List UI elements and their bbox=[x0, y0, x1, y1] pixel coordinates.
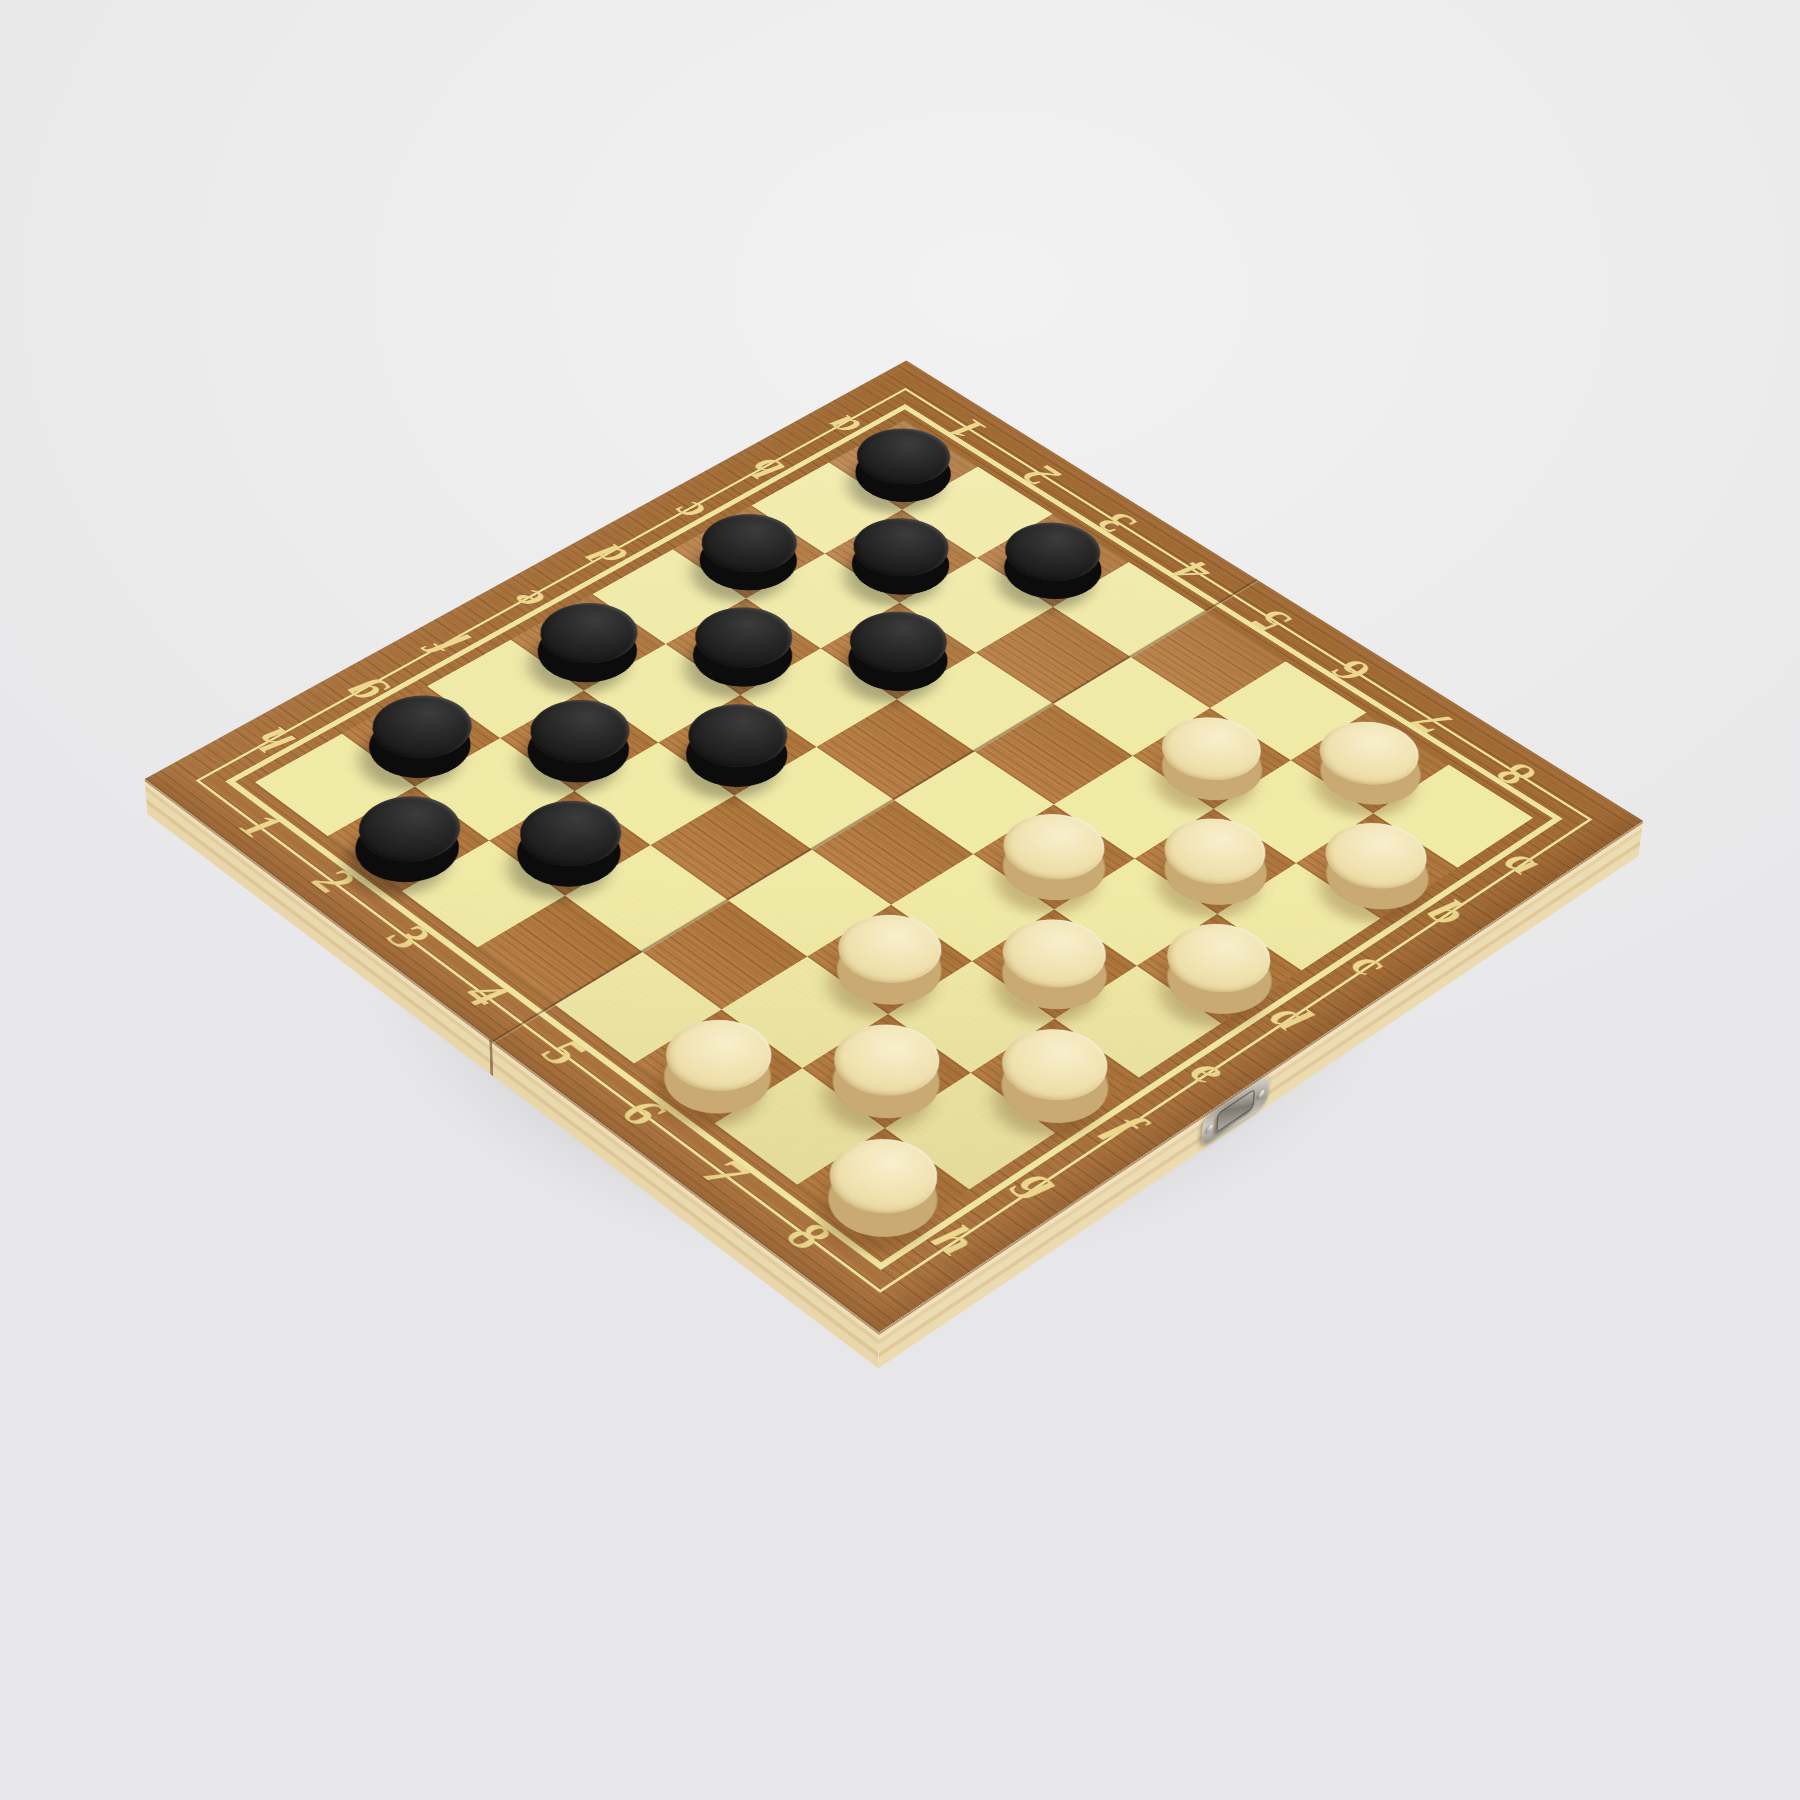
square-e7[interactable] bbox=[972, 909, 1137, 1018]
square-f4[interactable] bbox=[650, 796, 811, 901]
clasp-screw-icon bbox=[1258, 1088, 1265, 1099]
square-e8[interactable] bbox=[1055, 966, 1222, 1078]
square-c7[interactable] bbox=[1135, 809, 1296, 914]
black-checker-h2[interactable] bbox=[338, 783, 481, 875]
square-f7[interactable] bbox=[888, 961, 1055, 1073]
square-h7[interactable] bbox=[715, 1068, 885, 1184]
white-checker-c7[interactable] bbox=[1144, 805, 1287, 898]
square-g7[interactable] bbox=[802, 1014, 970, 1128]
white-checker-h8[interactable] bbox=[808, 1123, 960, 1228]
square-d6[interactable] bbox=[973, 804, 1134, 909]
square-g8[interactable] bbox=[885, 1073, 1055, 1190]
square-g5[interactable] bbox=[642, 900, 807, 1009]
white-checker-b8[interactable] bbox=[1305, 809, 1448, 902]
square-c8[interactable] bbox=[1217, 863, 1380, 970]
white-checker-g7[interactable] bbox=[812, 1010, 961, 1110]
game-board: aabbccddeeffgghh1122334455667788 bbox=[145, 360, 1643, 1332]
square-e5[interactable] bbox=[812, 800, 973, 905]
square-h3[interactable] bbox=[402, 841, 565, 948]
square-e6[interactable] bbox=[891, 854, 1054, 961]
white-checker-d8[interactable] bbox=[1146, 910, 1292, 1006]
square-f8[interactable] bbox=[971, 1019, 1139, 1133]
side-hinge-gap bbox=[489, 1039, 493, 1077]
square-g4[interactable] bbox=[565, 845, 728, 952]
square-d8[interactable] bbox=[1137, 914, 1302, 1023]
white-checker-e7[interactable] bbox=[982, 905, 1128, 1001]
square-d7[interactable] bbox=[1054, 859, 1217, 966]
white-checker-f6[interactable] bbox=[817, 901, 963, 997]
folding-board: aabbccddeeffgghh1122334455667788 bbox=[145, 360, 1643, 1332]
square-g6[interactable] bbox=[721, 957, 888, 1069]
square-b8[interactable] bbox=[1296, 813, 1457, 918]
black-checker-g3[interactable] bbox=[499, 787, 642, 879]
square-h2[interactable] bbox=[328, 787, 489, 892]
square-f6[interactable] bbox=[807, 905, 972, 1014]
square-h4[interactable] bbox=[478, 896, 643, 1005]
white-checker-f8[interactable] bbox=[980, 1014, 1129, 1115]
photo-backdrop: { "game": "checkers (draughts), 8x8 wood… bbox=[0, 0, 1800, 1800]
square-h5[interactable] bbox=[555, 952, 722, 1063]
white-checker-d6[interactable] bbox=[983, 800, 1126, 892]
white-checker-h6[interactable] bbox=[644, 1005, 793, 1105]
square-g3[interactable] bbox=[489, 791, 650, 896]
clasp-screw-icon bbox=[1206, 1123, 1213, 1134]
square-h8[interactable] bbox=[797, 1128, 969, 1247]
square-h6[interactable] bbox=[634, 1009, 802, 1123]
square-f5[interactable] bbox=[728, 850, 891, 957]
